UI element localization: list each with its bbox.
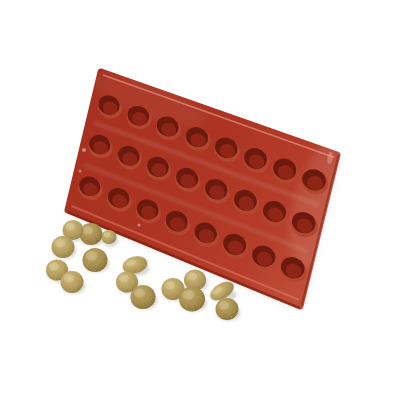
treat-10 [131,285,156,309]
treat-13 [179,287,205,312]
mold-tray [68,63,357,308]
treat-1 [102,230,117,244]
treat-2 [80,223,103,245]
treat-15 [216,298,239,320]
treat-5 [83,248,108,272]
product-photo-svg [0,0,400,400]
treat-7 [61,271,84,293]
treat-4 [52,236,75,258]
product-photo [0,0,400,400]
